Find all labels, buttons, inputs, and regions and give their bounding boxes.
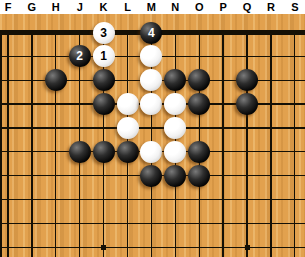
column-label-P: P — [219, 0, 226, 14]
stone-black-L14[interactable] — [117, 141, 139, 163]
grid-line-col-S — [294, 32, 295, 257]
column-label-O: O — [195, 0, 204, 14]
stone-white-L16[interactable] — [117, 93, 139, 115]
column-label-J: J — [77, 0, 83, 14]
stone-white-N16[interactable] — [164, 93, 186, 115]
grid-line-col-R — [270, 32, 271, 257]
column-label-F: F — [5, 0, 12, 14]
stone-black-N13[interactable] — [164, 165, 186, 187]
column-label-Q: Q — [243, 0, 252, 14]
column-label-K: K — [100, 0, 108, 14]
stone-black-J18[interactable]: 2 — [69, 45, 91, 67]
stone-black-O17[interactable] — [188, 69, 210, 91]
stone-white-N15[interactable] — [164, 117, 186, 139]
stone-white-K18[interactable]: 1 — [93, 45, 115, 67]
stone-black-H17[interactable] — [45, 69, 67, 91]
move-number-2: 2 — [69, 45, 91, 67]
star-point-K10 — [101, 245, 106, 250]
grid-line-row-12 — [0, 199, 305, 200]
stone-black-O13[interactable] — [188, 165, 210, 187]
stone-black-M13[interactable] — [140, 165, 162, 187]
stone-black-N17[interactable] — [164, 69, 186, 91]
stone-black-J14[interactable] — [69, 141, 91, 163]
move-number-4: 4 — [140, 22, 162, 44]
column-label-N: N — [171, 0, 179, 14]
grid-line-col-Q — [246, 32, 247, 257]
star-point-Q10 — [245, 245, 250, 250]
grid-line-row-11 — [0, 223, 305, 224]
grid-line-col-H — [55, 32, 56, 257]
grid-line-col-G — [31, 32, 32, 257]
stone-black-K14[interactable] — [93, 141, 115, 163]
go-board-diagram: FGHJKLMNOPQRS 4231 — [0, 0, 305, 257]
stone-white-M18[interactable] — [140, 45, 162, 67]
grid-line-col-F — [7, 32, 8, 257]
column-label-R: R — [267, 0, 275, 14]
stone-black-K16[interactable] — [93, 93, 115, 115]
grid-line-col-P — [222, 32, 223, 257]
stone-black-M19[interactable]: 4 — [140, 22, 162, 44]
move-number-1: 1 — [93, 45, 115, 67]
crop-left-edge-line — [0, 30, 2, 257]
move-number-3: 3 — [93, 22, 115, 44]
stone-black-O14[interactable] — [188, 141, 210, 163]
stone-white-N14[interactable] — [164, 141, 186, 163]
stone-black-K17[interactable] — [93, 69, 115, 91]
stone-black-O16[interactable] — [188, 93, 210, 115]
stone-black-Q16[interactable] — [236, 93, 258, 115]
stone-black-Q17[interactable] — [236, 69, 258, 91]
column-label-M: M — [147, 0, 156, 14]
stone-white-M17[interactable] — [140, 69, 162, 91]
stone-white-M16[interactable] — [140, 93, 162, 115]
grid-line-row-10 — [0, 247, 305, 248]
column-label-S: S — [291, 0, 298, 14]
stone-white-M14[interactable] — [140, 141, 162, 163]
stone-white-L15[interactable] — [117, 117, 139, 139]
column-labels-row: FGHJKLMNOPQRS — [0, 0, 305, 14]
stone-white-K19[interactable]: 3 — [93, 22, 115, 44]
grid-line-row-15 — [0, 127, 305, 128]
column-label-L: L — [124, 0, 131, 14]
column-label-H: H — [52, 0, 60, 14]
go-board[interactable]: 4231 — [0, 14, 305, 257]
column-label-G: G — [28, 0, 37, 14]
